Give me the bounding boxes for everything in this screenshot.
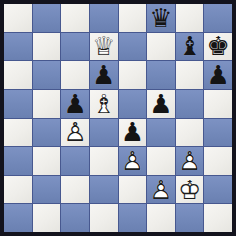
square-c7[interactable] bbox=[61, 33, 89, 61]
piece-white-king[interactable]: ♚♔ bbox=[176, 176, 204, 204]
square-c1[interactable] bbox=[61, 204, 89, 232]
square-a2[interactable] bbox=[4, 176, 32, 204]
square-g3[interactable]: ♟♙ bbox=[176, 147, 204, 175]
square-d1[interactable] bbox=[90, 204, 118, 232]
piece-white-bishop[interactable]: ♝♗ bbox=[90, 90, 118, 118]
square-f6[interactable] bbox=[147, 61, 175, 89]
piece-white-queen[interactable]: ♛♕ bbox=[90, 33, 118, 61]
square-h1[interactable] bbox=[204, 204, 232, 232]
square-a1[interactable] bbox=[4, 204, 32, 232]
square-f2[interactable]: ♟♙ bbox=[147, 176, 175, 204]
square-e7[interactable] bbox=[119, 33, 147, 61]
pawn-outline-icon: ♙ bbox=[176, 147, 204, 175]
square-g2[interactable]: ♚♔ bbox=[176, 176, 204, 204]
square-c3[interactable] bbox=[61, 147, 89, 175]
pawn-outline-icon: ♙ bbox=[61, 119, 89, 147]
queen-icon: ♛ bbox=[147, 4, 175, 32]
square-g4[interactable] bbox=[176, 119, 204, 147]
square-b6[interactable] bbox=[33, 61, 61, 89]
square-b7[interactable] bbox=[33, 33, 61, 61]
piece-white-pawn[interactable]: ♟♙ bbox=[176, 147, 204, 175]
pawn-icon: ♟ bbox=[90, 61, 118, 89]
square-a4[interactable] bbox=[4, 119, 32, 147]
piece-black-bishop[interactable]: ♝ bbox=[176, 33, 204, 61]
square-f3[interactable] bbox=[147, 147, 175, 175]
square-g6[interactable] bbox=[176, 61, 204, 89]
square-f8[interactable]: ♛ bbox=[147, 4, 175, 32]
square-f5[interactable]: ♟ bbox=[147, 90, 175, 118]
square-c5[interactable]: ♟ bbox=[61, 90, 89, 118]
bishop-icon: ♝ bbox=[176, 33, 204, 61]
square-c8[interactable] bbox=[61, 4, 89, 32]
square-d8[interactable] bbox=[90, 4, 118, 32]
square-f4[interactable] bbox=[147, 119, 175, 147]
square-g1[interactable] bbox=[176, 204, 204, 232]
bishop-outline-icon: ♗ bbox=[90, 90, 118, 118]
square-c2[interactable] bbox=[61, 176, 89, 204]
square-b2[interactable] bbox=[33, 176, 61, 204]
square-b5[interactable] bbox=[33, 90, 61, 118]
square-d7[interactable]: ♛♕ bbox=[90, 33, 118, 61]
square-c4[interactable]: ♟♙ bbox=[61, 119, 89, 147]
pawn-outline-icon: ♙ bbox=[119, 147, 147, 175]
square-f7[interactable] bbox=[147, 33, 175, 61]
chess-board: ♛♛♕♝♚♟♟♟♝♗♟♟♙♟♟♙♟♙♟♙♚♔ bbox=[0, 0, 236, 236]
square-c6[interactable] bbox=[61, 61, 89, 89]
square-a6[interactable] bbox=[4, 61, 32, 89]
piece-black-pawn[interactable]: ♟ bbox=[147, 90, 175, 118]
pawn-icon: ♟ bbox=[204, 61, 232, 89]
piece-black-pawn[interactable]: ♟ bbox=[61, 90, 89, 118]
pawn-icon: ♟ bbox=[119, 119, 147, 147]
square-a5[interactable] bbox=[4, 90, 32, 118]
square-h2[interactable] bbox=[204, 176, 232, 204]
square-a7[interactable] bbox=[4, 33, 32, 61]
square-e4[interactable]: ♟ bbox=[119, 119, 147, 147]
square-e5[interactable] bbox=[119, 90, 147, 118]
board-grid: ♛♛♕♝♚♟♟♟♝♗♟♟♙♟♟♙♟♙♟♙♚♔ bbox=[4, 4, 232, 232]
queen-outline-icon: ♕ bbox=[90, 33, 118, 61]
square-e8[interactable] bbox=[119, 4, 147, 32]
square-g5[interactable] bbox=[176, 90, 204, 118]
square-d5[interactable]: ♝♗ bbox=[90, 90, 118, 118]
square-a8[interactable] bbox=[4, 4, 32, 32]
piece-white-pawn[interactable]: ♟♙ bbox=[61, 119, 89, 147]
square-d3[interactable] bbox=[90, 147, 118, 175]
piece-white-pawn[interactable]: ♟♙ bbox=[119, 147, 147, 175]
square-e2[interactable] bbox=[119, 176, 147, 204]
square-b8[interactable] bbox=[33, 4, 61, 32]
square-h6[interactable]: ♟ bbox=[204, 61, 232, 89]
pawn-icon: ♟ bbox=[147, 90, 175, 118]
piece-black-king[interactable]: ♚ bbox=[204, 33, 232, 61]
square-h4[interactable] bbox=[204, 119, 232, 147]
square-a3[interactable] bbox=[4, 147, 32, 175]
pawn-icon: ♟ bbox=[61, 90, 89, 118]
square-d4[interactable] bbox=[90, 119, 118, 147]
square-g7[interactable]: ♝ bbox=[176, 33, 204, 61]
square-d2[interactable] bbox=[90, 176, 118, 204]
square-h3[interactable] bbox=[204, 147, 232, 175]
square-f1[interactable] bbox=[147, 204, 175, 232]
piece-black-pawn[interactable]: ♟ bbox=[204, 61, 232, 89]
piece-black-pawn[interactable]: ♟ bbox=[119, 119, 147, 147]
king-outline-icon: ♔ bbox=[176, 176, 204, 204]
square-d6[interactable]: ♟ bbox=[90, 61, 118, 89]
square-e6[interactable] bbox=[119, 61, 147, 89]
square-e1[interactable] bbox=[119, 204, 147, 232]
square-b3[interactable] bbox=[33, 147, 61, 175]
square-h8[interactable] bbox=[204, 4, 232, 32]
square-h5[interactable] bbox=[204, 90, 232, 118]
king-icon: ♚ bbox=[204, 33, 232, 61]
piece-black-queen[interactable]: ♛ bbox=[147, 4, 175, 32]
piece-black-pawn[interactable]: ♟ bbox=[90, 61, 118, 89]
pawn-outline-icon: ♙ bbox=[147, 176, 175, 204]
square-b1[interactable] bbox=[33, 204, 61, 232]
square-e3[interactable]: ♟♙ bbox=[119, 147, 147, 175]
square-h7[interactable]: ♚ bbox=[204, 33, 232, 61]
square-g8[interactable] bbox=[176, 4, 204, 32]
piece-white-pawn[interactable]: ♟♙ bbox=[147, 176, 175, 204]
square-b4[interactable] bbox=[33, 119, 61, 147]
